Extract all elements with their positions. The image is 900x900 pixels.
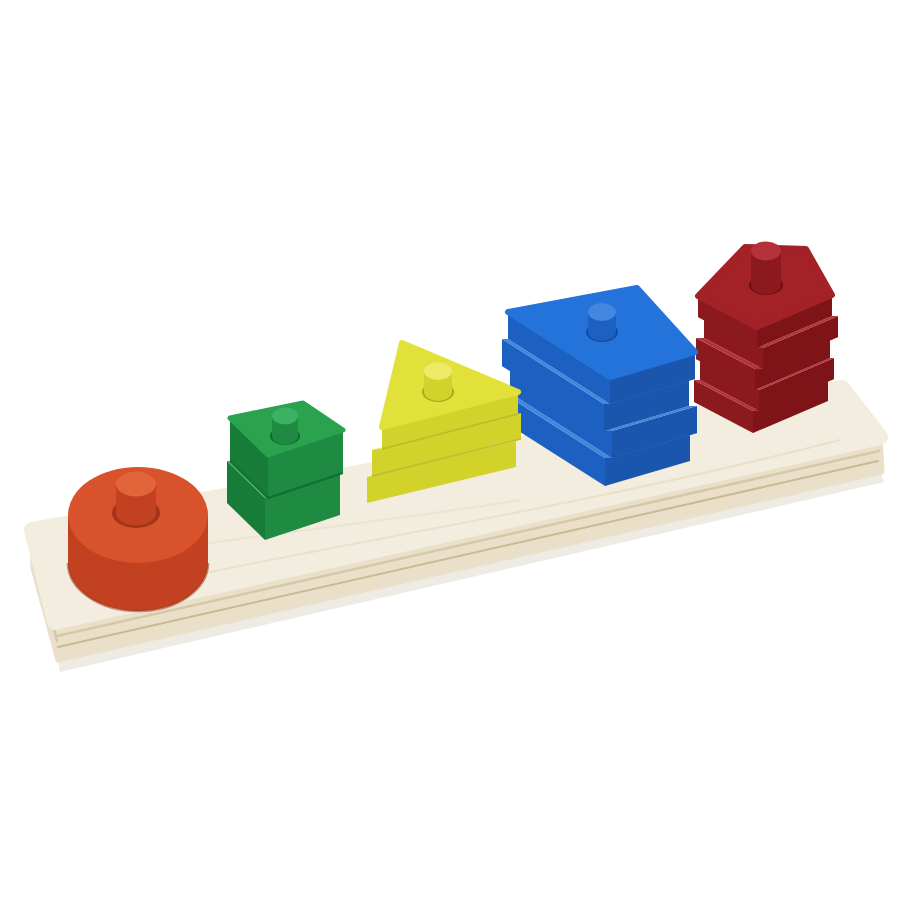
pentagon-peg-top <box>751 242 781 261</box>
toy-scene <box>0 0 900 900</box>
stack-circle-1 <box>68 467 208 611</box>
square-peg-top <box>588 303 616 321</box>
circle-peg-top <box>116 472 156 497</box>
rectangle-peg-top <box>272 408 298 425</box>
stack-rectangle-2 <box>227 403 343 540</box>
triangle-peg-top <box>424 362 452 380</box>
stack-pentagon-5 <box>694 242 838 434</box>
toy-photo <box>0 0 900 900</box>
